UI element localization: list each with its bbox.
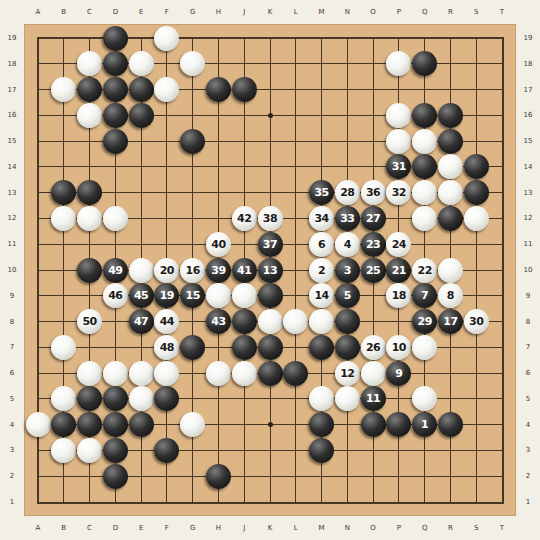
stone-O10-black: 25 — [361, 258, 386, 283]
stone-E16-black — [129, 103, 154, 128]
coord-right-5: 5 — [517, 394, 539, 404]
move-number: 38 — [263, 213, 277, 224]
stone-O6-white — [361, 361, 386, 386]
stone-R8-black: 17 — [438, 309, 463, 334]
stone-F10-white: 20 — [154, 258, 179, 283]
stone-E10-white — [129, 258, 154, 283]
stone-R12-black — [438, 206, 463, 231]
move-number: 41 — [237, 265, 251, 276]
stone-E17-black — [129, 77, 154, 102]
stone-N12-black: 33 — [335, 206, 360, 231]
move-number: 42 — [237, 213, 251, 224]
move-number: 47 — [134, 316, 148, 327]
coord-bottom-A: A — [27, 523, 49, 533]
coord-right-13: 13 — [517, 188, 539, 198]
coord-left-7: 7 — [1, 342, 23, 352]
coord-right-10: 10 — [517, 265, 539, 275]
coord-top-M: M — [311, 7, 333, 17]
coord-top-H: H — [207, 7, 229, 17]
coord-top-J: J — [233, 7, 255, 17]
stone-K12-white: 38 — [258, 206, 283, 231]
stone-R4-black — [438, 412, 463, 437]
move-number: 44 — [160, 316, 174, 327]
stone-K8-white — [258, 309, 283, 334]
coord-right-6: 6 — [517, 368, 539, 378]
coord-right-2: 2 — [517, 471, 539, 481]
stone-C3-white — [77, 438, 102, 463]
stone-N13-white: 28 — [335, 180, 360, 205]
stone-H8-black: 43 — [206, 309, 231, 334]
stone-A4-white — [26, 412, 51, 437]
stone-Q15-white — [412, 129, 437, 154]
coord-left-19: 19 — [1, 33, 23, 43]
stone-F19-white — [154, 26, 179, 51]
coord-top-O: O — [362, 7, 384, 17]
coord-top-P: P — [388, 7, 410, 17]
stone-Q10-white: 22 — [412, 258, 437, 283]
coord-left-2: 2 — [1, 471, 23, 481]
stone-D3-black — [103, 438, 128, 463]
move-number: 20 — [160, 265, 174, 276]
coord-bottom-S: S — [465, 523, 487, 533]
stone-M7-black — [309, 335, 334, 360]
stone-R13-white — [438, 180, 463, 205]
coord-bottom-P: P — [388, 523, 410, 533]
coord-top-T: T — [491, 7, 513, 17]
stone-H6-white — [206, 361, 231, 386]
move-number: 49 — [108, 265, 122, 276]
stone-J12-white: 42 — [232, 206, 257, 231]
stone-D17-black — [103, 77, 128, 102]
move-number: 15 — [186, 290, 200, 301]
stone-D2-black — [103, 464, 128, 489]
stone-N7-black — [335, 335, 360, 360]
stone-S12-white — [464, 206, 489, 231]
stone-G7-black — [180, 335, 205, 360]
stone-K7-black — [258, 335, 283, 360]
move-number: 19 — [160, 290, 174, 301]
coord-bottom-O: O — [362, 523, 384, 533]
coord-left-9: 9 — [1, 291, 23, 301]
coord-left-10: 10 — [1, 265, 23, 275]
coord-bottom-B: B — [53, 523, 75, 533]
move-number: 33 — [340, 213, 354, 224]
stone-K6-black — [258, 361, 283, 386]
stone-E6-white — [129, 361, 154, 386]
stone-H11-white: 40 — [206, 232, 231, 257]
stone-N9-black: 5 — [335, 283, 360, 308]
move-number: 31 — [392, 161, 406, 172]
coord-right-15: 15 — [517, 136, 539, 146]
star-point-K4 — [268, 422, 273, 427]
coord-top-F: F — [156, 7, 178, 17]
coord-right-18: 18 — [517, 59, 539, 69]
coord-bottom-T: T — [491, 523, 513, 533]
coord-left-6: 6 — [1, 368, 23, 378]
move-number: 35 — [314, 187, 328, 198]
stone-S13-black — [464, 180, 489, 205]
stone-P15-white — [386, 129, 411, 154]
stone-K10-black: 13 — [258, 258, 283, 283]
coord-top-L: L — [285, 7, 307, 17]
coord-left-18: 18 — [1, 59, 23, 69]
coord-right-11: 11 — [517, 239, 539, 249]
stone-R16-black — [438, 103, 463, 128]
stone-Q7-white — [412, 335, 437, 360]
stone-G10-white: 16 — [180, 258, 205, 283]
move-number: 5 — [344, 290, 351, 301]
move-number: 23 — [366, 239, 380, 250]
stone-H2-black — [206, 464, 231, 489]
stone-M12-white: 34 — [309, 206, 334, 231]
stone-K11-black: 37 — [258, 232, 283, 257]
coord-bottom-R: R — [439, 523, 461, 533]
coord-right-17: 17 — [517, 85, 539, 95]
stone-C16-white — [77, 103, 102, 128]
move-number: 27 — [366, 213, 380, 224]
coord-top-N: N — [336, 7, 358, 17]
coord-bottom-G: G — [182, 523, 204, 533]
coord-top-R: R — [439, 7, 461, 17]
move-number: 10 — [392, 342, 406, 353]
move-number: 8 — [447, 290, 454, 301]
stone-D15-black — [103, 129, 128, 154]
move-number: 21 — [392, 265, 406, 276]
move-number: 43 — [211, 316, 225, 327]
coord-left-11: 11 — [1, 239, 23, 249]
stone-E9-black: 45 — [129, 283, 154, 308]
stone-C12-white — [77, 206, 102, 231]
coord-left-15: 15 — [1, 136, 23, 146]
coord-right-12: 12 — [517, 213, 539, 223]
move-number: 26 — [366, 342, 380, 353]
move-number: 22 — [418, 265, 432, 276]
stone-O12-black: 27 — [361, 206, 386, 231]
coord-right-16: 16 — [517, 110, 539, 120]
move-number: 39 — [211, 265, 225, 276]
coord-right-8: 8 — [517, 317, 539, 327]
stone-M11-white: 6 — [309, 232, 334, 257]
stone-O7-white: 26 — [361, 335, 386, 360]
coord-bottom-J: J — [233, 523, 255, 533]
stone-B7-white — [51, 335, 76, 360]
stone-E4-black — [129, 412, 154, 437]
move-number: 16 — [186, 265, 200, 276]
move-number: 46 — [108, 290, 122, 301]
move-number: 13 — [263, 265, 277, 276]
stone-R10-white — [438, 258, 463, 283]
coord-bottom-D: D — [104, 523, 126, 533]
stone-R15-black — [438, 129, 463, 154]
stone-J6-white — [232, 361, 257, 386]
stone-C10-black — [77, 258, 102, 283]
stone-P10-black: 21 — [386, 258, 411, 283]
move-number: 29 — [418, 316, 432, 327]
move-number: 34 — [314, 213, 328, 224]
coord-bottom-N: N — [336, 523, 358, 533]
coord-bottom-M: M — [311, 523, 333, 533]
stone-O11-black: 23 — [361, 232, 386, 257]
stone-M10-white: 2 — [309, 258, 334, 283]
stone-J17-black — [232, 77, 257, 102]
stone-Q16-black — [412, 103, 437, 128]
stone-N8-black — [335, 309, 360, 334]
stone-D4-black — [103, 412, 128, 437]
stone-M8-white — [309, 309, 334, 334]
coord-top-S: S — [465, 7, 487, 17]
move-number: 40 — [211, 239, 225, 250]
move-number: 14 — [314, 290, 328, 301]
move-number: 6 — [318, 239, 325, 250]
move-number: 36 — [366, 187, 380, 198]
coord-top-C: C — [79, 7, 101, 17]
coord-right-9: 9 — [517, 291, 539, 301]
coord-left-16: 16 — [1, 110, 23, 120]
coord-bottom-L: L — [285, 523, 307, 533]
move-number: 4 — [344, 239, 351, 250]
move-number: 1 — [421, 419, 428, 430]
coord-top-B: B — [53, 7, 75, 17]
coord-right-14: 14 — [517, 162, 539, 172]
coord-left-1: 1 — [1, 497, 23, 507]
stone-E5-white — [129, 386, 154, 411]
stone-N11-white: 4 — [335, 232, 360, 257]
coord-right-1: 1 — [517, 497, 539, 507]
move-number: 18 — [392, 290, 406, 301]
stone-O13-white: 36 — [361, 180, 386, 205]
move-number: 50 — [82, 316, 96, 327]
coord-left-8: 8 — [1, 317, 23, 327]
stone-F6-white — [154, 361, 179, 386]
coord-left-5: 5 — [1, 394, 23, 404]
stone-N10-black: 3 — [335, 258, 360, 283]
stone-K9-black — [258, 283, 283, 308]
coord-top-D: D — [104, 7, 126, 17]
move-number: 11 — [366, 393, 380, 404]
coord-left-12: 12 — [1, 213, 23, 223]
coord-left-14: 14 — [1, 162, 23, 172]
coord-left-13: 13 — [1, 188, 23, 198]
coord-bottom-K: K — [259, 523, 281, 533]
coord-right-19: 19 — [517, 33, 539, 43]
move-number: 7 — [421, 290, 428, 301]
move-number: 24 — [392, 239, 406, 250]
move-number: 48 — [160, 342, 174, 353]
stone-Q12-white — [412, 206, 437, 231]
stone-C8-white: 50 — [77, 309, 102, 334]
stone-O4-black — [361, 412, 386, 437]
coord-bottom-H: H — [207, 523, 229, 533]
move-number: 37 — [263, 239, 277, 250]
move-number: 3 — [344, 265, 351, 276]
stone-D19-black — [103, 26, 128, 51]
stone-J10-black: 41 — [232, 258, 257, 283]
stone-G15-black — [180, 129, 205, 154]
stone-D10-black: 49 — [103, 258, 128, 283]
stone-N6-white: 12 — [335, 361, 360, 386]
move-number: 28 — [340, 187, 354, 198]
page-frame: 3135283632423834332740376423244920163941… — [0, 0, 540, 540]
coord-bottom-C: C — [79, 523, 101, 533]
stone-D18-black — [103, 51, 128, 76]
coord-left-3: 3 — [1, 445, 23, 455]
coord-top-K: K — [259, 7, 281, 17]
coord-top-E: E — [130, 7, 152, 17]
move-number: 25 — [366, 265, 380, 276]
stone-S8-white: 30 — [464, 309, 489, 334]
stone-C17-black — [77, 77, 102, 102]
stone-P6-black: 9 — [386, 361, 411, 386]
stone-H10-black: 39 — [206, 258, 231, 283]
coord-left-4: 4 — [1, 420, 23, 430]
move-number: 45 — [134, 290, 148, 301]
move-number: 9 — [395, 368, 402, 379]
move-number: 17 — [443, 316, 457, 327]
stone-C6-white — [77, 361, 102, 386]
coord-right-4: 4 — [517, 420, 539, 430]
stone-O5-black: 11 — [361, 386, 386, 411]
stone-S14-black — [464, 154, 489, 179]
move-number: 12 — [340, 368, 354, 379]
stone-D12-white — [103, 206, 128, 231]
move-number: 30 — [469, 316, 483, 327]
coord-top-Q: Q — [414, 7, 436, 17]
stone-L6-black — [283, 361, 308, 386]
move-number: 2 — [318, 265, 325, 276]
stone-E18-white — [129, 51, 154, 76]
stone-M3-black — [309, 438, 334, 463]
stone-H17-black — [206, 77, 231, 102]
stone-J8-black — [232, 309, 257, 334]
coord-right-7: 7 — [517, 342, 539, 352]
stone-J9-white — [232, 283, 257, 308]
stone-D9-white: 46 — [103, 283, 128, 308]
coord-left-17: 17 — [1, 85, 23, 95]
coord-right-3: 3 — [517, 445, 539, 455]
coord-bottom-E: E — [130, 523, 152, 533]
stone-E8-black: 47 — [129, 309, 154, 334]
coord-top-G: G — [182, 7, 204, 17]
coord-top-A: A — [27, 7, 49, 17]
stone-J7-black — [232, 335, 257, 360]
stone-P11-white: 24 — [386, 232, 411, 257]
coord-bottom-F: F — [156, 523, 178, 533]
goban[interactable]: 3135283632423834332740376423244920163941… — [24, 24, 516, 516]
star-point-K16 — [268, 113, 273, 118]
coord-bottom-Q: Q — [414, 523, 436, 533]
move-number: 32 — [392, 187, 406, 198]
stone-D6-white — [103, 361, 128, 386]
stone-D16-black — [103, 103, 128, 128]
